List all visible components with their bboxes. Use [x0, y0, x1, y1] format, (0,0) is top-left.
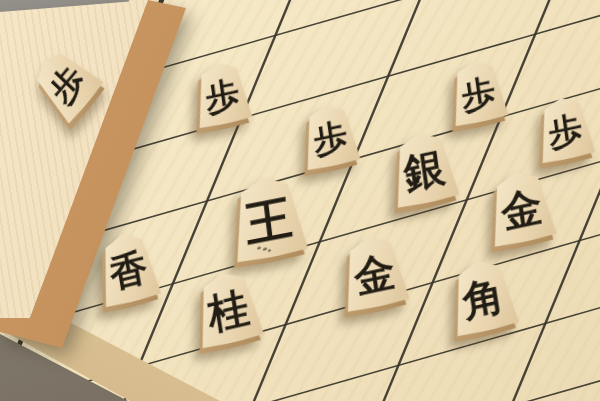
pieces-layer: 歩歩歩歩歩銀金王香金桂角 [0, 0, 600, 401]
shogi-piece-pawn-in-hand[interactable]: 歩 [26, 40, 105, 124]
shogi-piece-lance-file1-rank3[interactable]: 香 [94, 227, 161, 308]
shogi-piece-gold-file3-rank4[interactable]: 金 [338, 231, 409, 314]
shogi-piece-king-file2-rank3[interactable]: 王 [228, 171, 308, 264]
shogi-photo-scene: 歩歩歩歩歩銀金王香金桂角 [0, 0, 600, 401]
piece-kanji-label: 金 [488, 183, 555, 237]
piece-kanji-label: 銀 [391, 144, 458, 198]
shogi-piece-pawn-file2-rank2[interactable]: 歩 [299, 99, 360, 171]
shogi-piece-silver-file3-rank3[interactable]: 銀 [388, 127, 459, 210]
piece-kanji-label: 金 [341, 248, 408, 302]
shogi-piece-pawn-file4-rank3[interactable]: 歩 [534, 92, 595, 164]
piece-kanji-label: 角 [450, 271, 518, 326]
shogi-piece-pawn-file1-rank1[interactable]: 歩 [191, 57, 252, 129]
piece-kanji-label: 歩 [302, 115, 360, 160]
shogi-piece-pawn-file3-rank2[interactable]: 歩 [447, 55, 508, 127]
piece-face: 歩 [26, 40, 105, 124]
piece-kanji-label: 香 [98, 245, 160, 296]
shogi-piece-knight-file2-rank4[interactable]: 桂 [192, 266, 264, 349]
piece-kanji-label: 桂 [195, 283, 263, 338]
shogi-piece-gold-file4-rank4[interactable]: 金 [485, 166, 556, 249]
piece-kanji-label: 歩 [194, 73, 252, 118]
piece-kanji-label: 歩 [537, 108, 595, 153]
piece-kanji-label: 歩 [450, 71, 508, 116]
shogi-piece-bishop-file4-rank5[interactable]: 角 [447, 254, 519, 337]
